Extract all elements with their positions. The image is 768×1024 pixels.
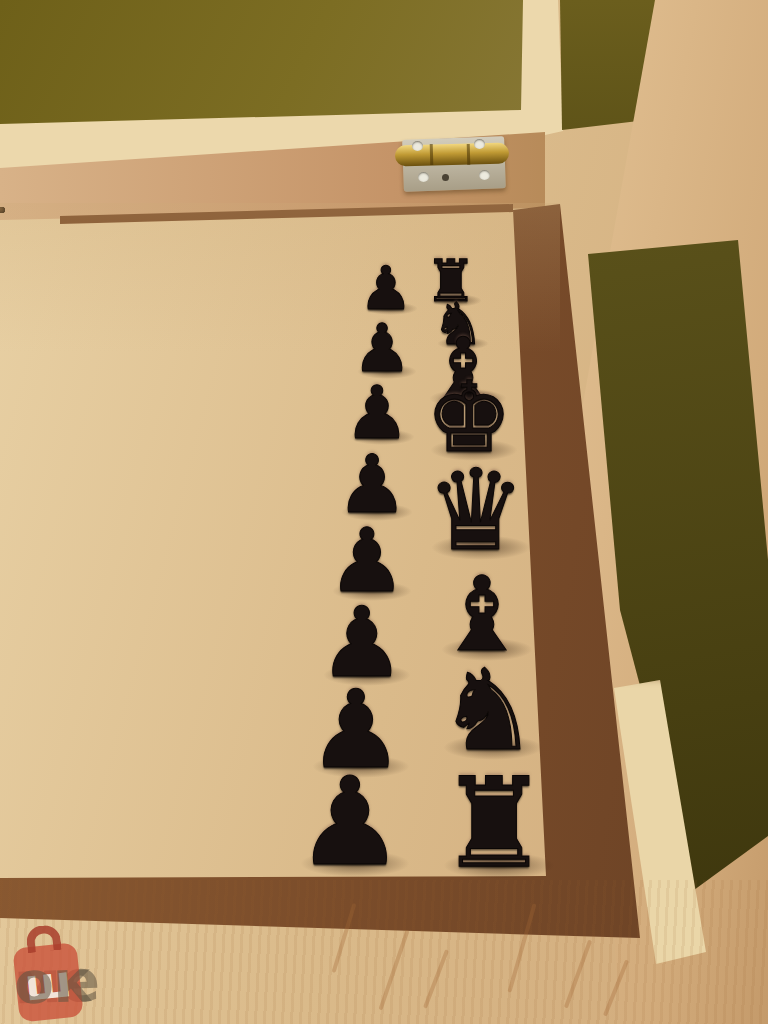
hinge-screw-hole bbox=[412, 141, 423, 151]
piece-black-knight-b8[interactable]: ♞ bbox=[438, 654, 538, 766]
hinge-knuckle-gap bbox=[467, 144, 471, 165]
hinge-knuckle-gap bbox=[430, 144, 434, 165]
hinge-screw-hole bbox=[418, 172, 429, 182]
hinge-screw-hole bbox=[479, 170, 490, 180]
piece-black-rook-a8[interactable]: ♜ bbox=[438, 761, 549, 885]
watermark-suffix: ок bbox=[13, 947, 93, 1018]
meshok-watermark: ме ш ок bbox=[13, 929, 276, 1024]
piece-black-queen-d8[interactable]: ♛ bbox=[426, 454, 526, 566]
hinge-screw-hole bbox=[474, 139, 485, 149]
piece-black-pawn-a7[interactable]: ♟ bbox=[295, 761, 404, 883]
hinge-pin-dot bbox=[442, 174, 449, 181]
photo-travel-chess-set: ♜♟♞♟♝♟♚♟♛♟♝♟♞♟♟♜ ме ш ок bbox=[0, 0, 768, 1024]
